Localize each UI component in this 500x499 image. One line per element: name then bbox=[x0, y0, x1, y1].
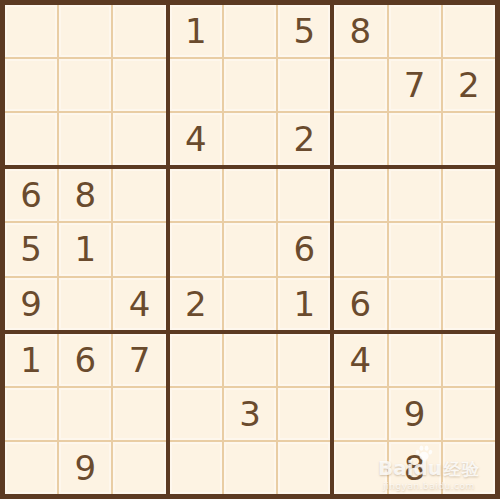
cell-r6c1[interactable]: 9 bbox=[5, 278, 57, 330]
cell-r8c2[interactable] bbox=[59, 388, 111, 440]
cell-r4c2[interactable]: 8 bbox=[59, 169, 111, 221]
cell-r9c5[interactable] bbox=[224, 442, 276, 494]
cell-r5c3[interactable] bbox=[113, 223, 165, 275]
cell-r3c3[interactable] bbox=[113, 113, 165, 165]
cell-r8c9[interactable] bbox=[443, 388, 495, 440]
cell-r9c9[interactable] bbox=[443, 442, 495, 494]
box-4: 685194 bbox=[5, 169, 166, 329]
cell-r8c6[interactable] bbox=[278, 388, 330, 440]
cell-r9c7[interactable] bbox=[334, 442, 386, 494]
cell-r6c6[interactable]: 1 bbox=[278, 278, 330, 330]
sudoku-screenshot: 1542 872 685194 621 6 1679 3 498 Baidu 经… bbox=[0, 0, 500, 499]
cell-r3c2[interactable] bbox=[59, 113, 111, 165]
cell-r4c1[interactable]: 6 bbox=[5, 169, 57, 221]
box-3: 872 bbox=[334, 5, 495, 165]
cell-r1c1[interactable] bbox=[5, 5, 57, 57]
cell-r4c8[interactable] bbox=[389, 169, 441, 221]
cell-r8c7[interactable] bbox=[334, 388, 386, 440]
cell-r8c4[interactable] bbox=[170, 388, 222, 440]
cell-r7c6[interactable] bbox=[278, 334, 330, 386]
box-8: 3 bbox=[170, 334, 331, 494]
cell-r3c9[interactable] bbox=[443, 113, 495, 165]
cell-r7c4[interactable] bbox=[170, 334, 222, 386]
cell-r2c1[interactable] bbox=[5, 59, 57, 111]
cell-r2c6[interactable] bbox=[278, 59, 330, 111]
box-6: 6 bbox=[334, 169, 495, 329]
cell-r2c9[interactable]: 2 bbox=[443, 59, 495, 111]
cell-r9c3[interactable] bbox=[113, 442, 165, 494]
cell-r1c7[interactable]: 8 bbox=[334, 5, 386, 57]
cell-r3c4[interactable]: 4 bbox=[170, 113, 222, 165]
cell-r8c3[interactable] bbox=[113, 388, 165, 440]
cell-r6c5[interactable] bbox=[224, 278, 276, 330]
cell-r5c9[interactable] bbox=[443, 223, 495, 275]
cell-r7c3[interactable]: 7 bbox=[113, 334, 165, 386]
cell-r7c2[interactable]: 6 bbox=[59, 334, 111, 386]
cell-r5c7[interactable] bbox=[334, 223, 386, 275]
cell-r6c7[interactable]: 6 bbox=[334, 278, 386, 330]
cell-r4c5[interactable] bbox=[224, 169, 276, 221]
cell-r5c1[interactable]: 5 bbox=[5, 223, 57, 275]
cell-r2c8[interactable]: 7 bbox=[389, 59, 441, 111]
cell-r3c6[interactable]: 2 bbox=[278, 113, 330, 165]
cell-r5c2[interactable]: 1 bbox=[59, 223, 111, 275]
cell-r6c4[interactable]: 2 bbox=[170, 278, 222, 330]
cell-r5c4[interactable] bbox=[170, 223, 222, 275]
cell-r3c8[interactable] bbox=[389, 113, 441, 165]
box-2: 1542 bbox=[170, 5, 331, 165]
cell-r4c7[interactable] bbox=[334, 169, 386, 221]
cell-r2c3[interactable] bbox=[113, 59, 165, 111]
box-1 bbox=[5, 5, 166, 165]
cell-r6c2[interactable] bbox=[59, 278, 111, 330]
cell-r2c7[interactable] bbox=[334, 59, 386, 111]
cell-r7c7[interactable]: 4 bbox=[334, 334, 386, 386]
cell-r3c7[interactable] bbox=[334, 113, 386, 165]
cell-r1c8[interactable] bbox=[389, 5, 441, 57]
cell-r3c1[interactable] bbox=[5, 113, 57, 165]
cell-r2c4[interactable] bbox=[170, 59, 222, 111]
cell-r9c4[interactable] bbox=[170, 442, 222, 494]
cell-r1c5[interactable] bbox=[224, 5, 276, 57]
cell-r6c8[interactable] bbox=[389, 278, 441, 330]
box-9: 498 bbox=[334, 334, 495, 494]
cell-r1c6[interactable]: 5 bbox=[278, 5, 330, 57]
cell-r6c3[interactable]: 4 bbox=[113, 278, 165, 330]
cell-r6c9[interactable] bbox=[443, 278, 495, 330]
cell-r5c8[interactable] bbox=[389, 223, 441, 275]
cell-r8c1[interactable] bbox=[5, 388, 57, 440]
cell-r9c2[interactable]: 9 bbox=[59, 442, 111, 494]
box-5: 621 bbox=[170, 169, 331, 329]
cell-r8c8[interactable]: 9 bbox=[389, 388, 441, 440]
cell-r1c9[interactable] bbox=[443, 5, 495, 57]
cell-r1c2[interactable] bbox=[59, 5, 111, 57]
cell-r2c5[interactable] bbox=[224, 59, 276, 111]
cell-r3c5[interactable] bbox=[224, 113, 276, 165]
cell-r5c6[interactable]: 6 bbox=[278, 223, 330, 275]
sudoku-board: 1542 872 685194 621 6 1679 3 498 bbox=[0, 0, 500, 499]
box-7: 1679 bbox=[5, 334, 166, 494]
cell-r8c5[interactable]: 3 bbox=[224, 388, 276, 440]
cell-r7c8[interactable] bbox=[389, 334, 441, 386]
cell-r1c3[interactable] bbox=[113, 5, 165, 57]
cell-r4c3[interactable] bbox=[113, 169, 165, 221]
cell-r2c2[interactable] bbox=[59, 59, 111, 111]
cell-r7c1[interactable]: 1 bbox=[5, 334, 57, 386]
cell-r5c5[interactable] bbox=[224, 223, 276, 275]
cell-r4c6[interactable] bbox=[278, 169, 330, 221]
cell-r9c8[interactable]: 8 bbox=[389, 442, 441, 494]
cell-r4c4[interactable] bbox=[170, 169, 222, 221]
cell-r7c5[interactable] bbox=[224, 334, 276, 386]
cell-r4c9[interactable] bbox=[443, 169, 495, 221]
cell-r1c4[interactable]: 1 bbox=[170, 5, 222, 57]
cell-r7c9[interactable] bbox=[443, 334, 495, 386]
cell-r9c1[interactable] bbox=[5, 442, 57, 494]
cell-r9c6[interactable] bbox=[278, 442, 330, 494]
